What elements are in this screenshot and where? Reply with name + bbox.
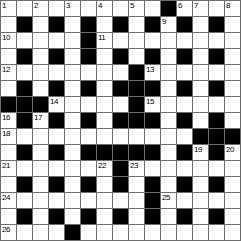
white-cell[interactable]: 12 (1, 65, 16, 80)
white-cell[interactable] (17, 65, 32, 80)
white-cell[interactable] (145, 129, 160, 144)
clue-number: 8 (226, 1, 230, 10)
clue-number: 18 (2, 129, 10, 138)
white-cell[interactable] (97, 65, 112, 80)
white-cell[interactable] (113, 1, 128, 16)
white-cell[interactable]: 2 (33, 1, 48, 16)
black-cell (49, 113, 64, 128)
clue-number: 5 (130, 1, 134, 10)
white-cell[interactable] (33, 225, 48, 240)
white-cell[interactable] (225, 161, 240, 176)
white-cell[interactable] (113, 225, 128, 240)
white-cell[interactable]: 15 (145, 97, 160, 112)
white-cell[interactable]: 19 (193, 145, 208, 160)
black-cell (17, 209, 32, 224)
white-cell[interactable] (1, 209, 16, 224)
white-cell[interactable] (161, 97, 176, 112)
white-cell[interactable] (113, 97, 128, 112)
black-cell (209, 209, 224, 224)
white-cell[interactable] (209, 97, 224, 112)
white-cell[interactable] (193, 177, 208, 192)
white-cell[interactable]: 5 (129, 1, 144, 16)
black-cell (177, 177, 192, 192)
white-cell[interactable] (225, 81, 240, 96)
black-cell (177, 49, 192, 64)
black-cell (17, 177, 32, 192)
white-cell[interactable]: 6 (177, 1, 192, 16)
white-cell[interactable] (33, 129, 48, 144)
white-cell[interactable]: 18 (1, 129, 16, 144)
white-cell[interactable] (65, 65, 80, 80)
white-cell[interactable] (225, 225, 240, 240)
white-cell[interactable] (193, 65, 208, 80)
white-cell[interactable]: 13 (145, 65, 160, 80)
white-cell[interactable] (97, 193, 112, 208)
white-cell[interactable] (81, 193, 96, 208)
white-cell[interactable] (161, 225, 176, 240)
black-cell (177, 17, 192, 32)
black-cell (209, 177, 224, 192)
white-cell[interactable] (33, 161, 48, 176)
white-cell[interactable] (33, 33, 48, 48)
clue-number: 13 (146, 65, 154, 74)
white-cell[interactable] (161, 209, 176, 224)
black-cell (209, 113, 224, 128)
white-cell[interactable] (65, 97, 80, 112)
clue-number: 2 (34, 1, 38, 10)
black-cell (145, 209, 160, 224)
white-cell[interactable] (113, 33, 128, 48)
clue-number: 15 (146, 97, 154, 106)
white-cell[interactable] (33, 193, 48, 208)
white-cell[interactable] (49, 161, 64, 176)
black-cell (49, 145, 64, 160)
clue-number: 7 (194, 1, 198, 10)
black-cell (177, 81, 192, 96)
crossword-grid: 1234567891011121314151617181920212223242… (0, 0, 241, 241)
black-cell (81, 33, 96, 48)
white-cell[interactable] (209, 1, 224, 16)
white-cell[interactable] (33, 177, 48, 192)
white-cell[interactable] (129, 177, 144, 192)
white-cell[interactable] (65, 49, 80, 64)
white-cell[interactable] (97, 81, 112, 96)
white-cell[interactable] (113, 65, 128, 80)
black-cell (81, 177, 96, 192)
white-cell[interactable] (193, 209, 208, 224)
clue-number: 26 (2, 225, 10, 234)
white-cell[interactable]: 21 (1, 161, 16, 176)
black-cell (49, 81, 64, 96)
white-cell[interactable] (161, 33, 176, 48)
white-cell[interactable] (81, 65, 96, 80)
black-cell (145, 113, 160, 128)
white-cell[interactable] (97, 97, 112, 112)
white-cell[interactable]: 9 (161, 17, 176, 32)
white-cell[interactable] (129, 33, 144, 48)
black-cell (17, 17, 32, 32)
black-cell (225, 129, 240, 144)
clue-number: 27 (66, 225, 74, 234)
white-cell[interactable] (129, 209, 144, 224)
white-cell[interactable] (33, 17, 48, 32)
black-cell (17, 145, 32, 160)
white-cell[interactable] (49, 193, 64, 208)
white-cell[interactable] (33, 145, 48, 160)
white-cell[interactable] (97, 49, 112, 64)
clue-number: 25 (162, 193, 170, 202)
black-cell (1, 97, 16, 112)
white-cell[interactable] (225, 193, 240, 208)
white-cell[interactable] (65, 17, 80, 32)
white-cell[interactable] (97, 225, 112, 240)
white-cell[interactable] (145, 225, 160, 240)
clue-number: 16 (2, 113, 10, 122)
black-cell (129, 97, 144, 112)
black-cell (81, 145, 96, 160)
black-cell (177, 209, 192, 224)
white-cell[interactable] (161, 113, 176, 128)
white-cell[interactable]: 23 (129, 161, 144, 176)
black-cell (129, 81, 144, 96)
black-cell (49, 49, 64, 64)
black-cell (145, 177, 160, 192)
white-cell[interactable] (129, 17, 144, 32)
white-cell[interactable]: 26 (1, 225, 16, 240)
black-cell (145, 17, 160, 32)
white-cell[interactable] (129, 193, 144, 208)
white-cell[interactable] (193, 113, 208, 128)
black-cell (81, 17, 96, 32)
white-cell[interactable]: 8 (225, 1, 240, 16)
black-cell (209, 49, 224, 64)
black-cell (113, 177, 128, 192)
white-cell[interactable]: 24 (1, 193, 16, 208)
white-cell[interactable] (193, 97, 208, 112)
white-cell[interactable] (209, 161, 224, 176)
white-cell[interactable] (81, 97, 96, 112)
white-cell[interactable] (81, 129, 96, 144)
white-cell[interactable] (177, 129, 192, 144)
white-cell[interactable] (193, 49, 208, 64)
clue-number: 10 (2, 33, 10, 42)
white-cell[interactable] (65, 177, 80, 192)
white-cell[interactable] (209, 225, 224, 240)
white-cell[interactable] (65, 161, 80, 176)
white-cell[interactable] (145, 161, 160, 176)
black-cell (113, 81, 128, 96)
white-cell[interactable] (177, 225, 192, 240)
white-cell[interactable] (177, 161, 192, 176)
white-cell[interactable] (161, 129, 176, 144)
black-cell (129, 145, 144, 160)
white-cell[interactable] (81, 225, 96, 240)
white-cell[interactable] (65, 209, 80, 224)
clue-number: 1 (2, 1, 6, 10)
white-cell[interactable]: 14 (49, 97, 64, 112)
black-cell (81, 113, 96, 128)
black-cell (177, 113, 192, 128)
clue-number: 23 (130, 161, 138, 170)
black-cell (49, 209, 64, 224)
white-cell[interactable] (97, 17, 112, 32)
black-cell (33, 97, 48, 112)
black-cell (113, 145, 128, 160)
white-cell[interactable] (49, 1, 64, 16)
white-cell[interactable] (193, 225, 208, 240)
white-cell[interactable] (225, 17, 240, 32)
white-cell[interactable] (225, 65, 240, 80)
white-cell[interactable] (177, 97, 192, 112)
clue-number: 22 (98, 161, 106, 170)
white-cell[interactable]: 20 (225, 145, 240, 160)
clue-number: 21 (2, 161, 10, 170)
white-cell[interactable] (81, 161, 96, 176)
black-cell (145, 81, 160, 96)
black-cell (17, 49, 32, 64)
crossword-page: 1234567891011121314151617181920212223242… (0, 0, 242, 241)
clue-number: 14 (50, 97, 58, 106)
white-cell[interactable] (65, 81, 80, 96)
white-cell[interactable] (161, 177, 176, 192)
black-cell: 27 (65, 225, 80, 240)
white-cell[interactable] (33, 65, 48, 80)
white-cell[interactable] (17, 193, 32, 208)
black-cell (113, 49, 128, 64)
white-cell[interactable] (193, 161, 208, 176)
white-cell[interactable] (49, 225, 64, 240)
white-cell[interactable] (97, 129, 112, 144)
white-cell[interactable] (161, 145, 176, 160)
black-cell (145, 145, 160, 160)
black-cell (129, 65, 144, 80)
clue-number: 19 (194, 145, 202, 154)
white-cell[interactable] (33, 49, 48, 64)
white-cell[interactable] (177, 193, 192, 208)
white-cell[interactable] (161, 65, 176, 80)
white-cell[interactable] (81, 1, 96, 16)
white-cell[interactable] (97, 177, 112, 192)
white-cell[interactable] (65, 145, 80, 160)
white-cell[interactable] (49, 129, 64, 144)
white-cell[interactable] (145, 1, 160, 16)
clue-number: 20 (226, 145, 234, 154)
black-cell (209, 129, 224, 144)
black-cell (145, 49, 160, 64)
clue-number: 24 (2, 193, 10, 202)
white-cell[interactable] (145, 33, 160, 48)
black-cell (17, 113, 32, 128)
white-cell[interactable] (193, 81, 208, 96)
white-cell[interactable] (65, 193, 80, 208)
white-cell[interactable] (193, 33, 208, 48)
black-cell (81, 49, 96, 64)
white-cell[interactable] (129, 49, 144, 64)
white-cell[interactable] (17, 225, 32, 240)
white-cell[interactable]: 1 (1, 1, 16, 16)
white-cell[interactable] (65, 129, 80, 144)
clue-number: 3 (66, 1, 70, 10)
white-cell[interactable] (177, 65, 192, 80)
white-cell[interactable] (113, 193, 128, 208)
clue-number: 6 (178, 1, 182, 10)
white-cell[interactable] (225, 97, 240, 112)
black-cell (177, 145, 192, 160)
black-cell (113, 209, 128, 224)
white-cell[interactable]: 11 (97, 33, 112, 48)
black-cell (209, 81, 224, 96)
clue-number: 12 (2, 65, 10, 74)
clue-number: 9 (162, 17, 166, 26)
white-cell[interactable] (161, 81, 176, 96)
black-cell (209, 145, 224, 160)
black-cell (81, 81, 96, 96)
black-cell (113, 113, 128, 128)
white-cell[interactable]: 3 (65, 1, 80, 16)
clue-number: 4 (98, 1, 102, 10)
black-cell (161, 1, 176, 16)
white-cell[interactable] (225, 49, 240, 64)
white-cell[interactable] (193, 193, 208, 208)
white-cell[interactable] (65, 113, 80, 128)
black-cell (113, 17, 128, 32)
white-cell[interactable] (225, 209, 240, 224)
white-cell[interactable] (113, 129, 128, 144)
white-cell[interactable] (49, 65, 64, 80)
black-cell (145, 193, 160, 208)
white-cell[interactable] (209, 65, 224, 80)
black-cell (209, 17, 224, 32)
white-cell[interactable] (17, 1, 32, 16)
white-cell[interactable] (193, 17, 208, 32)
white-cell[interactable] (17, 33, 32, 48)
white-cell[interactable] (1, 177, 16, 192)
white-cell[interactable] (65, 33, 80, 48)
clue-number: 17 (34, 113, 42, 122)
black-cell (17, 97, 32, 112)
white-cell[interactable] (1, 145, 16, 160)
white-cell[interactable] (225, 33, 240, 48)
white-cell[interactable] (161, 161, 176, 176)
white-cell[interactable] (161, 49, 176, 64)
white-cell[interactable] (225, 113, 240, 128)
white-cell[interactable] (17, 129, 32, 144)
white-cell[interactable] (49, 33, 64, 48)
white-cell[interactable] (129, 225, 144, 240)
white-cell[interactable] (1, 81, 16, 96)
white-cell[interactable] (225, 177, 240, 192)
white-cell[interactable] (209, 33, 224, 48)
white-cell[interactable] (177, 33, 192, 48)
white-cell[interactable]: 7 (193, 1, 208, 16)
black-cell (49, 17, 64, 32)
white-cell[interactable]: 25 (161, 193, 176, 208)
white-cell[interactable]: 10 (1, 33, 16, 48)
black-cell (81, 209, 96, 224)
white-cell[interactable] (129, 129, 144, 144)
black-cell (193, 129, 208, 144)
white-cell[interactable] (33, 209, 48, 224)
white-cell[interactable] (97, 113, 112, 128)
white-cell[interactable] (1, 17, 16, 32)
white-cell[interactable] (97, 209, 112, 224)
black-cell (49, 177, 64, 192)
white-cell[interactable]: 4 (97, 1, 112, 16)
black-cell (113, 161, 128, 176)
black-cell (97, 145, 112, 160)
white-cell[interactable] (17, 161, 32, 176)
white-cell[interactable]: 16 (1, 113, 16, 128)
clue-number: 11 (98, 33, 105, 42)
black-cell (17, 81, 32, 96)
white-cell[interactable]: 17 (33, 113, 48, 128)
white-cell[interactable] (1, 49, 16, 64)
black-cell (129, 113, 144, 128)
white-cell[interactable]: 22 (97, 161, 112, 176)
white-cell[interactable] (33, 81, 48, 96)
white-cell[interactable] (209, 193, 224, 208)
